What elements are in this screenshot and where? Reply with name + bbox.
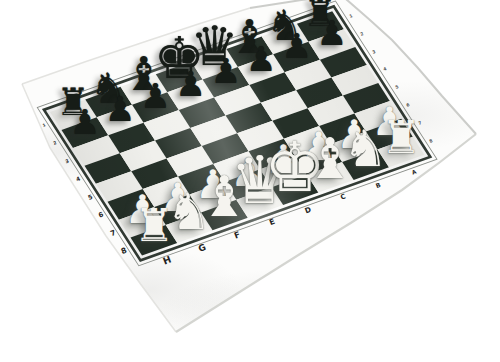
photo-scene: HGFEDCBA1234567812345678 ♜♞♝♚♛♝♞♜♟♟♟♟♟♟♟…	[0, 0, 500, 362]
